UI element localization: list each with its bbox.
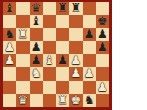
piece-black-pawn[interactable]: ♟: [30, 41, 43, 54]
chess-board: ♝♛♜♜♝♚♞♜♟♟♟♟♟♟♟♝♟♟♞♟♟♟♛♜♚♞: [3, 2, 109, 107]
square-e8[interactable]: ♜: [56, 2, 69, 15]
square-h6[interactable]: ♟: [96, 28, 109, 41]
square-g6[interactable]: ♟: [83, 28, 96, 41]
right-background-gutter: [112, 0, 147, 110]
square-a5[interactable]: ♟: [3, 41, 16, 54]
piece-white-pawn[interactable]: ♟: [69, 67, 82, 80]
square-h5[interactable]: ♟: [96, 41, 109, 54]
square-d1[interactable]: [43, 94, 56, 107]
square-b4[interactable]: [16, 54, 29, 67]
square-f8[interactable]: ♜: [69, 2, 82, 15]
square-g2[interactable]: [83, 81, 96, 94]
square-f4[interactable]: ♟: [69, 54, 82, 67]
square-d2[interactable]: [43, 81, 56, 94]
square-b5[interactable]: [16, 41, 29, 54]
square-f7[interactable]: [69, 15, 82, 28]
square-e7[interactable]: [56, 15, 69, 28]
piece-black-king[interactable]: ♚: [96, 15, 109, 28]
piece-black-pawn[interactable]: ♟: [96, 41, 109, 54]
square-b8[interactable]: [16, 2, 29, 15]
piece-black-rook[interactable]: ♜: [56, 2, 69, 15]
square-f2[interactable]: [69, 81, 82, 94]
square-g7[interactable]: [83, 15, 96, 28]
square-c4[interactable]: ♟: [30, 54, 43, 67]
square-h4[interactable]: [96, 54, 109, 67]
square-a7[interactable]: [3, 15, 16, 28]
square-h1[interactable]: [96, 94, 109, 107]
square-g5[interactable]: [83, 41, 96, 54]
square-h3[interactable]: [96, 67, 109, 80]
square-f3[interactable]: ♟: [69, 67, 82, 80]
piece-white-king[interactable]: ♚: [69, 94, 82, 107]
square-d4[interactable]: ♝: [43, 54, 56, 67]
square-e2[interactable]: [56, 81, 69, 94]
square-e6[interactable]: [56, 28, 69, 41]
piece-white-pawn[interactable]: ♟: [83, 67, 96, 80]
square-a8[interactable]: ♝: [3, 2, 16, 15]
piece-black-pawn[interactable]: ♟: [30, 54, 43, 67]
square-d8[interactable]: [43, 2, 56, 15]
piece-black-pawn[interactable]: ♟: [96, 28, 109, 41]
square-e1[interactable]: ♜: [56, 94, 69, 107]
square-c7[interactable]: ♝: [30, 15, 43, 28]
board-border: ♝♛♜♜♝♚♞♜♟♟♟♟♟♟♟♝♟♟♞♟♟♟♛♜♚♞: [0, 0, 112, 110]
square-a4[interactable]: ♟: [3, 54, 16, 67]
square-h8[interactable]: [96, 2, 109, 15]
piece-black-knight[interactable]: ♞: [83, 94, 96, 107]
square-c5[interactable]: ♟: [30, 41, 43, 54]
square-e3[interactable]: [56, 67, 69, 80]
square-d3[interactable]: [43, 67, 56, 80]
piece-white-bishop[interactable]: ♝: [43, 54, 56, 67]
square-g1[interactable]: ♞: [83, 94, 96, 107]
piece-white-knight[interactable]: ♞: [30, 67, 43, 80]
square-c8[interactable]: ♛: [30, 2, 43, 15]
piece-black-knight[interactable]: ♞: [3, 28, 16, 41]
square-c1[interactable]: [30, 94, 43, 107]
square-b7[interactable]: [16, 15, 29, 28]
square-f5[interactable]: [69, 41, 82, 54]
square-e5[interactable]: [56, 41, 69, 54]
piece-white-queen[interactable]: ♛: [16, 94, 29, 107]
piece-black-pawn[interactable]: ♟: [56, 54, 69, 67]
piece-white-pawn[interactable]: ♟: [69, 54, 82, 67]
square-c6[interactable]: [30, 28, 43, 41]
square-d7[interactable]: [43, 15, 56, 28]
piece-white-pawn[interactable]: ♟: [3, 54, 16, 67]
square-b3[interactable]: [16, 67, 29, 80]
screenshot-root: ♝♛♜♜♝♚♞♜♟♟♟♟♟♟♟♝♟♟♞♟♟♟♛♜♚♞: [0, 0, 147, 110]
square-g4[interactable]: [83, 54, 96, 67]
square-h2[interactable]: ♟: [96, 81, 109, 94]
square-a1[interactable]: [3, 94, 16, 107]
square-f1[interactable]: ♚: [69, 94, 82, 107]
square-b6[interactable]: ♜: [16, 28, 29, 41]
piece-white-rook[interactable]: ♜: [56, 94, 69, 107]
piece-white-rook[interactable]: ♜: [16, 28, 29, 41]
square-g3[interactable]: ♟: [83, 67, 96, 80]
piece-black-queen[interactable]: ♛: [30, 2, 43, 15]
square-h7[interactable]: ♚: [96, 15, 109, 28]
piece-black-pawn[interactable]: ♟: [83, 28, 96, 41]
square-a2[interactable]: [3, 81, 16, 94]
square-d6[interactable]: [43, 28, 56, 41]
square-g8[interactable]: [83, 2, 96, 15]
piece-black-bishop[interactable]: ♝: [3, 2, 16, 15]
square-e4[interactable]: ♟: [56, 54, 69, 67]
square-f6[interactable]: [69, 28, 82, 41]
piece-black-bishop[interactable]: ♝: [30, 15, 43, 28]
piece-white-pawn[interactable]: ♟: [3, 41, 16, 54]
square-b2[interactable]: [16, 81, 29, 94]
square-c3[interactable]: ♞: [30, 67, 43, 80]
square-a6[interactable]: ♞: [3, 28, 16, 41]
square-d5[interactable]: [43, 41, 56, 54]
square-a3[interactable]: [3, 67, 16, 80]
piece-black-rook[interactable]: ♜: [69, 2, 82, 15]
piece-white-pawn[interactable]: ♟: [96, 81, 109, 94]
square-c2[interactable]: [30, 81, 43, 94]
square-b1[interactable]: ♛: [16, 94, 29, 107]
